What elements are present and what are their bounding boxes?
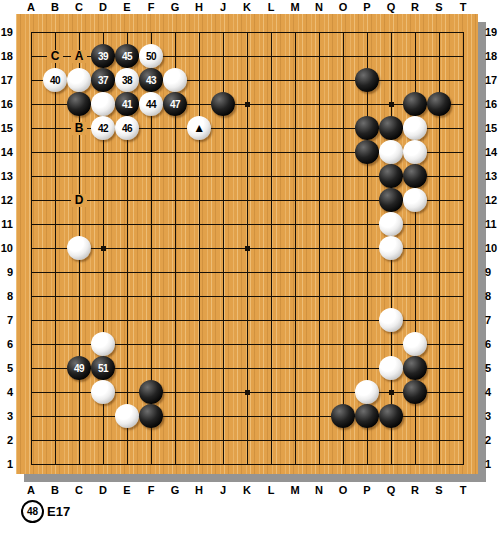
row-label-left-7: 7 <box>0 313 13 327</box>
row-label-right-8: 8 <box>485 289 500 303</box>
row-label-left-14: 14 <box>0 145 13 159</box>
stone-P15[interactable] <box>355 116 379 140</box>
stone-R4[interactable] <box>403 380 427 404</box>
row-label-right-5: 5 <box>485 361 500 375</box>
column-label-top-A: A <box>19 0 43 14</box>
stone-D17[interactable]: 37 <box>91 68 115 92</box>
caption-move-number: 48 <box>27 506 38 517</box>
stone-Q5[interactable] <box>379 356 403 380</box>
point-label-C12: D <box>71 194 87 207</box>
stone-E3[interactable] <box>115 404 139 428</box>
column-label-bottom-D: D <box>91 483 115 497</box>
column-label-bottom-C: C <box>67 483 91 497</box>
stone-D4[interactable] <box>91 380 115 404</box>
column-label-top-P: P <box>355 0 379 14</box>
row-label-right-3: 3 <box>485 409 500 423</box>
stone-R6[interactable] <box>403 332 427 356</box>
row-label-left-17: 17 <box>0 73 13 87</box>
row-label-right-11: 11 <box>485 217 500 231</box>
row-label-right-9: 9 <box>485 265 500 279</box>
column-label-bottom-A: A <box>19 483 43 497</box>
stone-F4[interactable] <box>139 380 163 404</box>
column-label-bottom-R: R <box>403 483 427 497</box>
stone-F16[interactable]: 44 <box>139 92 163 116</box>
stone-D6[interactable] <box>91 332 115 356</box>
point-label-C18: A <box>71 50 87 63</box>
column-label-bottom-N: N <box>307 483 331 497</box>
stone-D16[interactable] <box>91 92 115 116</box>
row-label-left-3: 3 <box>0 409 13 423</box>
column-label-bottom-B: B <box>43 483 67 497</box>
stone-B17[interactable]: 40 <box>43 68 67 92</box>
row-label-right-14: 14 <box>485 145 500 159</box>
point-label-C15: B <box>71 122 87 135</box>
star-point-K4 <box>245 390 250 395</box>
row-label-right-7: 7 <box>485 313 500 327</box>
stone-D5[interactable]: 51 <box>91 356 115 380</box>
stone-P4[interactable] <box>355 380 379 404</box>
stone-P3[interactable] <box>355 404 379 428</box>
row-label-right-4: 4 <box>485 385 500 399</box>
column-label-top-Q: Q <box>379 0 403 14</box>
stone-E17[interactable]: 38 <box>115 68 139 92</box>
row-label-left-5: 5 <box>0 361 13 375</box>
column-label-bottom-F: F <box>139 483 163 497</box>
row-label-right-16: 16 <box>485 97 500 111</box>
column-label-top-T: T <box>451 0 475 14</box>
row-label-left-18: 18 <box>0 49 13 63</box>
column-label-bottom-H: H <box>187 483 211 497</box>
column-label-top-M: M <box>283 0 307 14</box>
column-label-bottom-J: J <box>211 483 235 497</box>
column-label-top-N: N <box>307 0 331 14</box>
row-label-left-13: 13 <box>0 169 13 183</box>
star-point-Q16 <box>389 102 394 107</box>
stone-Q14[interactable] <box>379 140 403 164</box>
stone-G17[interactable] <box>163 68 187 92</box>
row-label-left-10: 10 <box>0 241 13 255</box>
row-label-right-17: 17 <box>485 73 500 87</box>
column-label-top-G: G <box>163 0 187 14</box>
row-label-right-6: 6 <box>485 337 500 351</box>
column-label-top-O: O <box>331 0 355 14</box>
point-label-B18: C <box>47 50 63 63</box>
row-label-left-16: 16 <box>0 97 13 111</box>
star-point-K16 <box>245 102 250 107</box>
stone-C5[interactable]: 49 <box>67 356 91 380</box>
row-label-right-19: 19 <box>485 25 500 39</box>
column-label-top-B: B <box>43 0 67 14</box>
row-label-right-2: 2 <box>485 433 500 447</box>
stone-E15[interactable]: 46 <box>115 116 139 140</box>
go-diagram-screen: 394550403738434144474246▲4951ABCD 48 E17… <box>0 0 500 537</box>
column-label-bottom-G: G <box>163 483 187 497</box>
row-label-right-18: 18 <box>485 49 500 63</box>
stone-E18[interactable]: 45 <box>115 44 139 68</box>
column-label-top-R: R <box>403 0 427 14</box>
column-label-bottom-E: E <box>115 483 139 497</box>
caption-move-location: E17 <box>47 504 70 519</box>
stone-Q3[interactable] <box>379 404 403 428</box>
column-label-top-C: C <box>67 0 91 14</box>
column-label-top-H: H <box>187 0 211 14</box>
stone-E16[interactable]: 41 <box>115 92 139 116</box>
caption-move-stone: 48 <box>21 500 44 523</box>
stone-C17[interactable] <box>67 68 91 92</box>
column-label-top-D: D <box>91 0 115 14</box>
stone-Q15[interactable] <box>379 116 403 140</box>
row-label-left-4: 4 <box>0 385 13 399</box>
stone-R16[interactable] <box>403 92 427 116</box>
stone-Q10[interactable] <box>379 236 403 260</box>
row-label-left-11: 11 <box>0 217 13 231</box>
row-label-right-12: 12 <box>485 193 500 207</box>
row-label-right-15: 15 <box>485 121 500 135</box>
stone-Q13[interactable] <box>379 164 403 188</box>
row-label-left-8: 8 <box>0 289 13 303</box>
stone-R13[interactable] <box>403 164 427 188</box>
stone-G16[interactable]: 47 <box>163 92 187 116</box>
stone-D18[interactable]: 39 <box>91 44 115 68</box>
column-label-top-E: E <box>115 0 139 14</box>
stone-R14[interactable] <box>403 140 427 164</box>
column-label-top-F: F <box>139 0 163 14</box>
stone-Q12[interactable] <box>379 188 403 212</box>
row-label-right-1: 1 <box>485 457 500 471</box>
stone-P14[interactable] <box>355 140 379 164</box>
stone-D15[interactable]: 42 <box>91 116 115 140</box>
stone-H15[interactable]: ▲ <box>187 116 211 140</box>
stone-R12[interactable] <box>403 188 427 212</box>
stone-F17[interactable]: 43 <box>139 68 163 92</box>
column-label-bottom-L: L <box>259 483 283 497</box>
column-label-top-K: K <box>235 0 259 14</box>
stone-R15[interactable] <box>403 116 427 140</box>
stone-F3[interactable] <box>139 404 163 428</box>
row-label-left-12: 12 <box>0 193 13 207</box>
column-label-bottom-S: S <box>427 483 451 497</box>
column-label-bottom-Q: Q <box>379 483 403 497</box>
star-point-Q4 <box>389 390 394 395</box>
stone-J16[interactable] <box>211 92 235 116</box>
stone-C10[interactable] <box>67 236 91 260</box>
stone-R5[interactable] <box>403 356 427 380</box>
star-point-K10 <box>245 246 250 251</box>
star-point-D10 <box>101 246 106 251</box>
row-label-right-10: 10 <box>485 241 500 255</box>
stone-O3[interactable] <box>331 404 355 428</box>
row-label-left-19: 19 <box>0 25 13 39</box>
stone-S16[interactable] <box>427 92 451 116</box>
column-label-top-S: S <box>427 0 451 14</box>
stone-F18[interactable]: 50 <box>139 44 163 68</box>
row-label-left-1: 1 <box>0 457 13 471</box>
stone-Q7[interactable] <box>379 308 403 332</box>
row-label-right-13: 13 <box>485 169 500 183</box>
column-label-top-L: L <box>259 0 283 14</box>
row-label-left-9: 9 <box>0 265 13 279</box>
stone-P17[interactable] <box>355 68 379 92</box>
column-label-bottom-O: O <box>331 483 355 497</box>
row-label-left-6: 6 <box>0 337 13 351</box>
column-label-bottom-K: K <box>235 483 259 497</box>
triangle-mark-icon: ▲ <box>193 122 204 134</box>
column-label-bottom-M: M <box>283 483 307 497</box>
stone-C16[interactable] <box>67 92 91 116</box>
row-label-left-15: 15 <box>0 121 13 135</box>
column-label-top-J: J <box>211 0 235 14</box>
go-board[interactable]: 394550403738434144474246▲4951ABCD <box>16 14 478 474</box>
row-label-left-2: 2 <box>0 433 13 447</box>
stone-Q11[interactable] <box>379 212 403 236</box>
column-label-bottom-P: P <box>355 483 379 497</box>
column-label-bottom-T: T <box>451 483 475 497</box>
